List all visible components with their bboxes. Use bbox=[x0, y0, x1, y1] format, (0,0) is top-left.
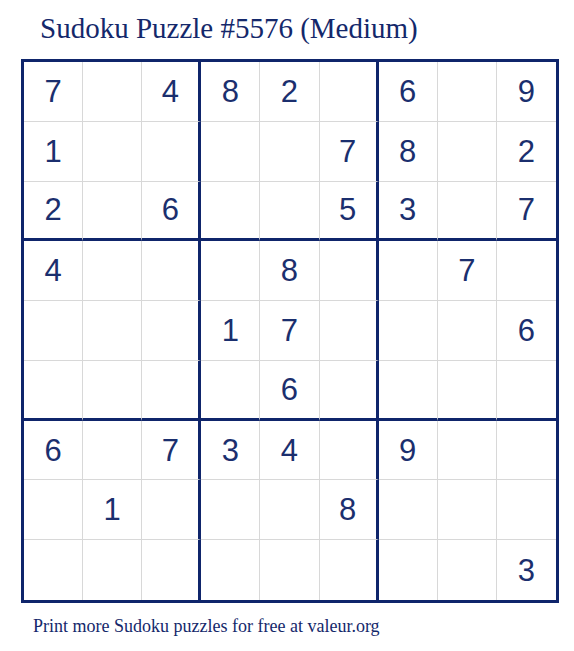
cell-r6c2 bbox=[83, 361, 142, 421]
cell-r1c7: 6 bbox=[379, 62, 438, 122]
cell-r6c9 bbox=[497, 361, 556, 421]
cell-r4c5: 8 bbox=[260, 241, 319, 301]
cell-r9c6 bbox=[320, 540, 379, 600]
cell-r7c1: 6 bbox=[24, 421, 83, 481]
cell-r1c2 bbox=[83, 62, 142, 122]
cell-r8c5 bbox=[260, 480, 319, 540]
cell-r7c6 bbox=[320, 421, 379, 481]
cell-r5c9: 6 bbox=[497, 301, 556, 361]
cell-r2c3 bbox=[142, 122, 201, 182]
cell-r4c4 bbox=[201, 241, 260, 301]
cell-r9c9: 3 bbox=[497, 540, 556, 600]
cell-r5c2 bbox=[83, 301, 142, 361]
cell-r1c4: 8 bbox=[201, 62, 260, 122]
cell-r5c8 bbox=[438, 301, 497, 361]
cell-r8c4 bbox=[201, 480, 260, 540]
cell-r5c5: 7 bbox=[260, 301, 319, 361]
cell-r5c4: 1 bbox=[201, 301, 260, 361]
cell-r3c2 bbox=[83, 182, 142, 242]
cell-r4c1: 4 bbox=[24, 241, 83, 301]
sudoku-board: 748269178226537487176667349183 bbox=[21, 59, 559, 603]
cell-r6c3 bbox=[142, 361, 201, 421]
cell-r6c8 bbox=[438, 361, 497, 421]
cell-r7c9 bbox=[497, 421, 556, 481]
cell-r4c6 bbox=[320, 241, 379, 301]
cell-r3c5 bbox=[260, 182, 319, 242]
cell-r9c1 bbox=[24, 540, 83, 600]
cell-r1c8 bbox=[438, 62, 497, 122]
cell-r8c8 bbox=[438, 480, 497, 540]
cell-r9c7 bbox=[379, 540, 438, 600]
puzzle-title: Sudoku Puzzle #5576 (Medium) bbox=[40, 12, 418, 45]
cell-r9c4 bbox=[201, 540, 260, 600]
cell-r1c3: 4 bbox=[142, 62, 201, 122]
cell-r6c5: 6 bbox=[260, 361, 319, 421]
cell-r4c7 bbox=[379, 241, 438, 301]
cell-r2c6: 7 bbox=[320, 122, 379, 182]
cell-r6c1 bbox=[24, 361, 83, 421]
cell-r3c1: 2 bbox=[24, 182, 83, 242]
cell-r8c6: 8 bbox=[320, 480, 379, 540]
cell-r8c2: 1 bbox=[83, 480, 142, 540]
page: Sudoku Puzzle #5576 (Medium) 74826917822… bbox=[0, 0, 574, 651]
cell-r8c1 bbox=[24, 480, 83, 540]
cell-r1c5: 2 bbox=[260, 62, 319, 122]
footer-credit: Print more Sudoku puzzles for free at va… bbox=[33, 616, 380, 637]
cell-r3c9: 7 bbox=[497, 182, 556, 242]
cell-r7c7: 9 bbox=[379, 421, 438, 481]
cell-r1c9: 9 bbox=[497, 62, 556, 122]
cell-r7c4: 3 bbox=[201, 421, 260, 481]
cell-r5c6 bbox=[320, 301, 379, 361]
cell-r3c8 bbox=[438, 182, 497, 242]
cell-r9c3 bbox=[142, 540, 201, 600]
cell-r9c2 bbox=[83, 540, 142, 600]
cell-r7c8 bbox=[438, 421, 497, 481]
cell-r8c9 bbox=[497, 480, 556, 540]
cell-r4c9 bbox=[497, 241, 556, 301]
cell-r6c4 bbox=[201, 361, 260, 421]
cell-r1c6 bbox=[320, 62, 379, 122]
cell-r2c5 bbox=[260, 122, 319, 182]
cell-r7c2 bbox=[83, 421, 142, 481]
cell-r4c8: 7 bbox=[438, 241, 497, 301]
cell-r5c7 bbox=[379, 301, 438, 361]
cell-r6c6 bbox=[320, 361, 379, 421]
cell-r8c7 bbox=[379, 480, 438, 540]
cell-r2c2 bbox=[83, 122, 142, 182]
cell-r1c1: 7 bbox=[24, 62, 83, 122]
cell-r3c4 bbox=[201, 182, 260, 242]
cell-r9c5 bbox=[260, 540, 319, 600]
cell-r3c3: 6 bbox=[142, 182, 201, 242]
cell-r9c8 bbox=[438, 540, 497, 600]
cell-r2c9: 2 bbox=[497, 122, 556, 182]
cell-r5c3 bbox=[142, 301, 201, 361]
cell-r3c7: 3 bbox=[379, 182, 438, 242]
cell-r6c7 bbox=[379, 361, 438, 421]
cell-r8c3 bbox=[142, 480, 201, 540]
cell-r4c3 bbox=[142, 241, 201, 301]
cell-r5c1 bbox=[24, 301, 83, 361]
cell-r2c4 bbox=[201, 122, 260, 182]
cell-r2c1: 1 bbox=[24, 122, 83, 182]
cell-r2c8 bbox=[438, 122, 497, 182]
cell-r7c5: 4 bbox=[260, 421, 319, 481]
cell-r4c2 bbox=[83, 241, 142, 301]
cell-r7c3: 7 bbox=[142, 421, 201, 481]
cell-r3c6: 5 bbox=[320, 182, 379, 242]
cell-r2c7: 8 bbox=[379, 122, 438, 182]
